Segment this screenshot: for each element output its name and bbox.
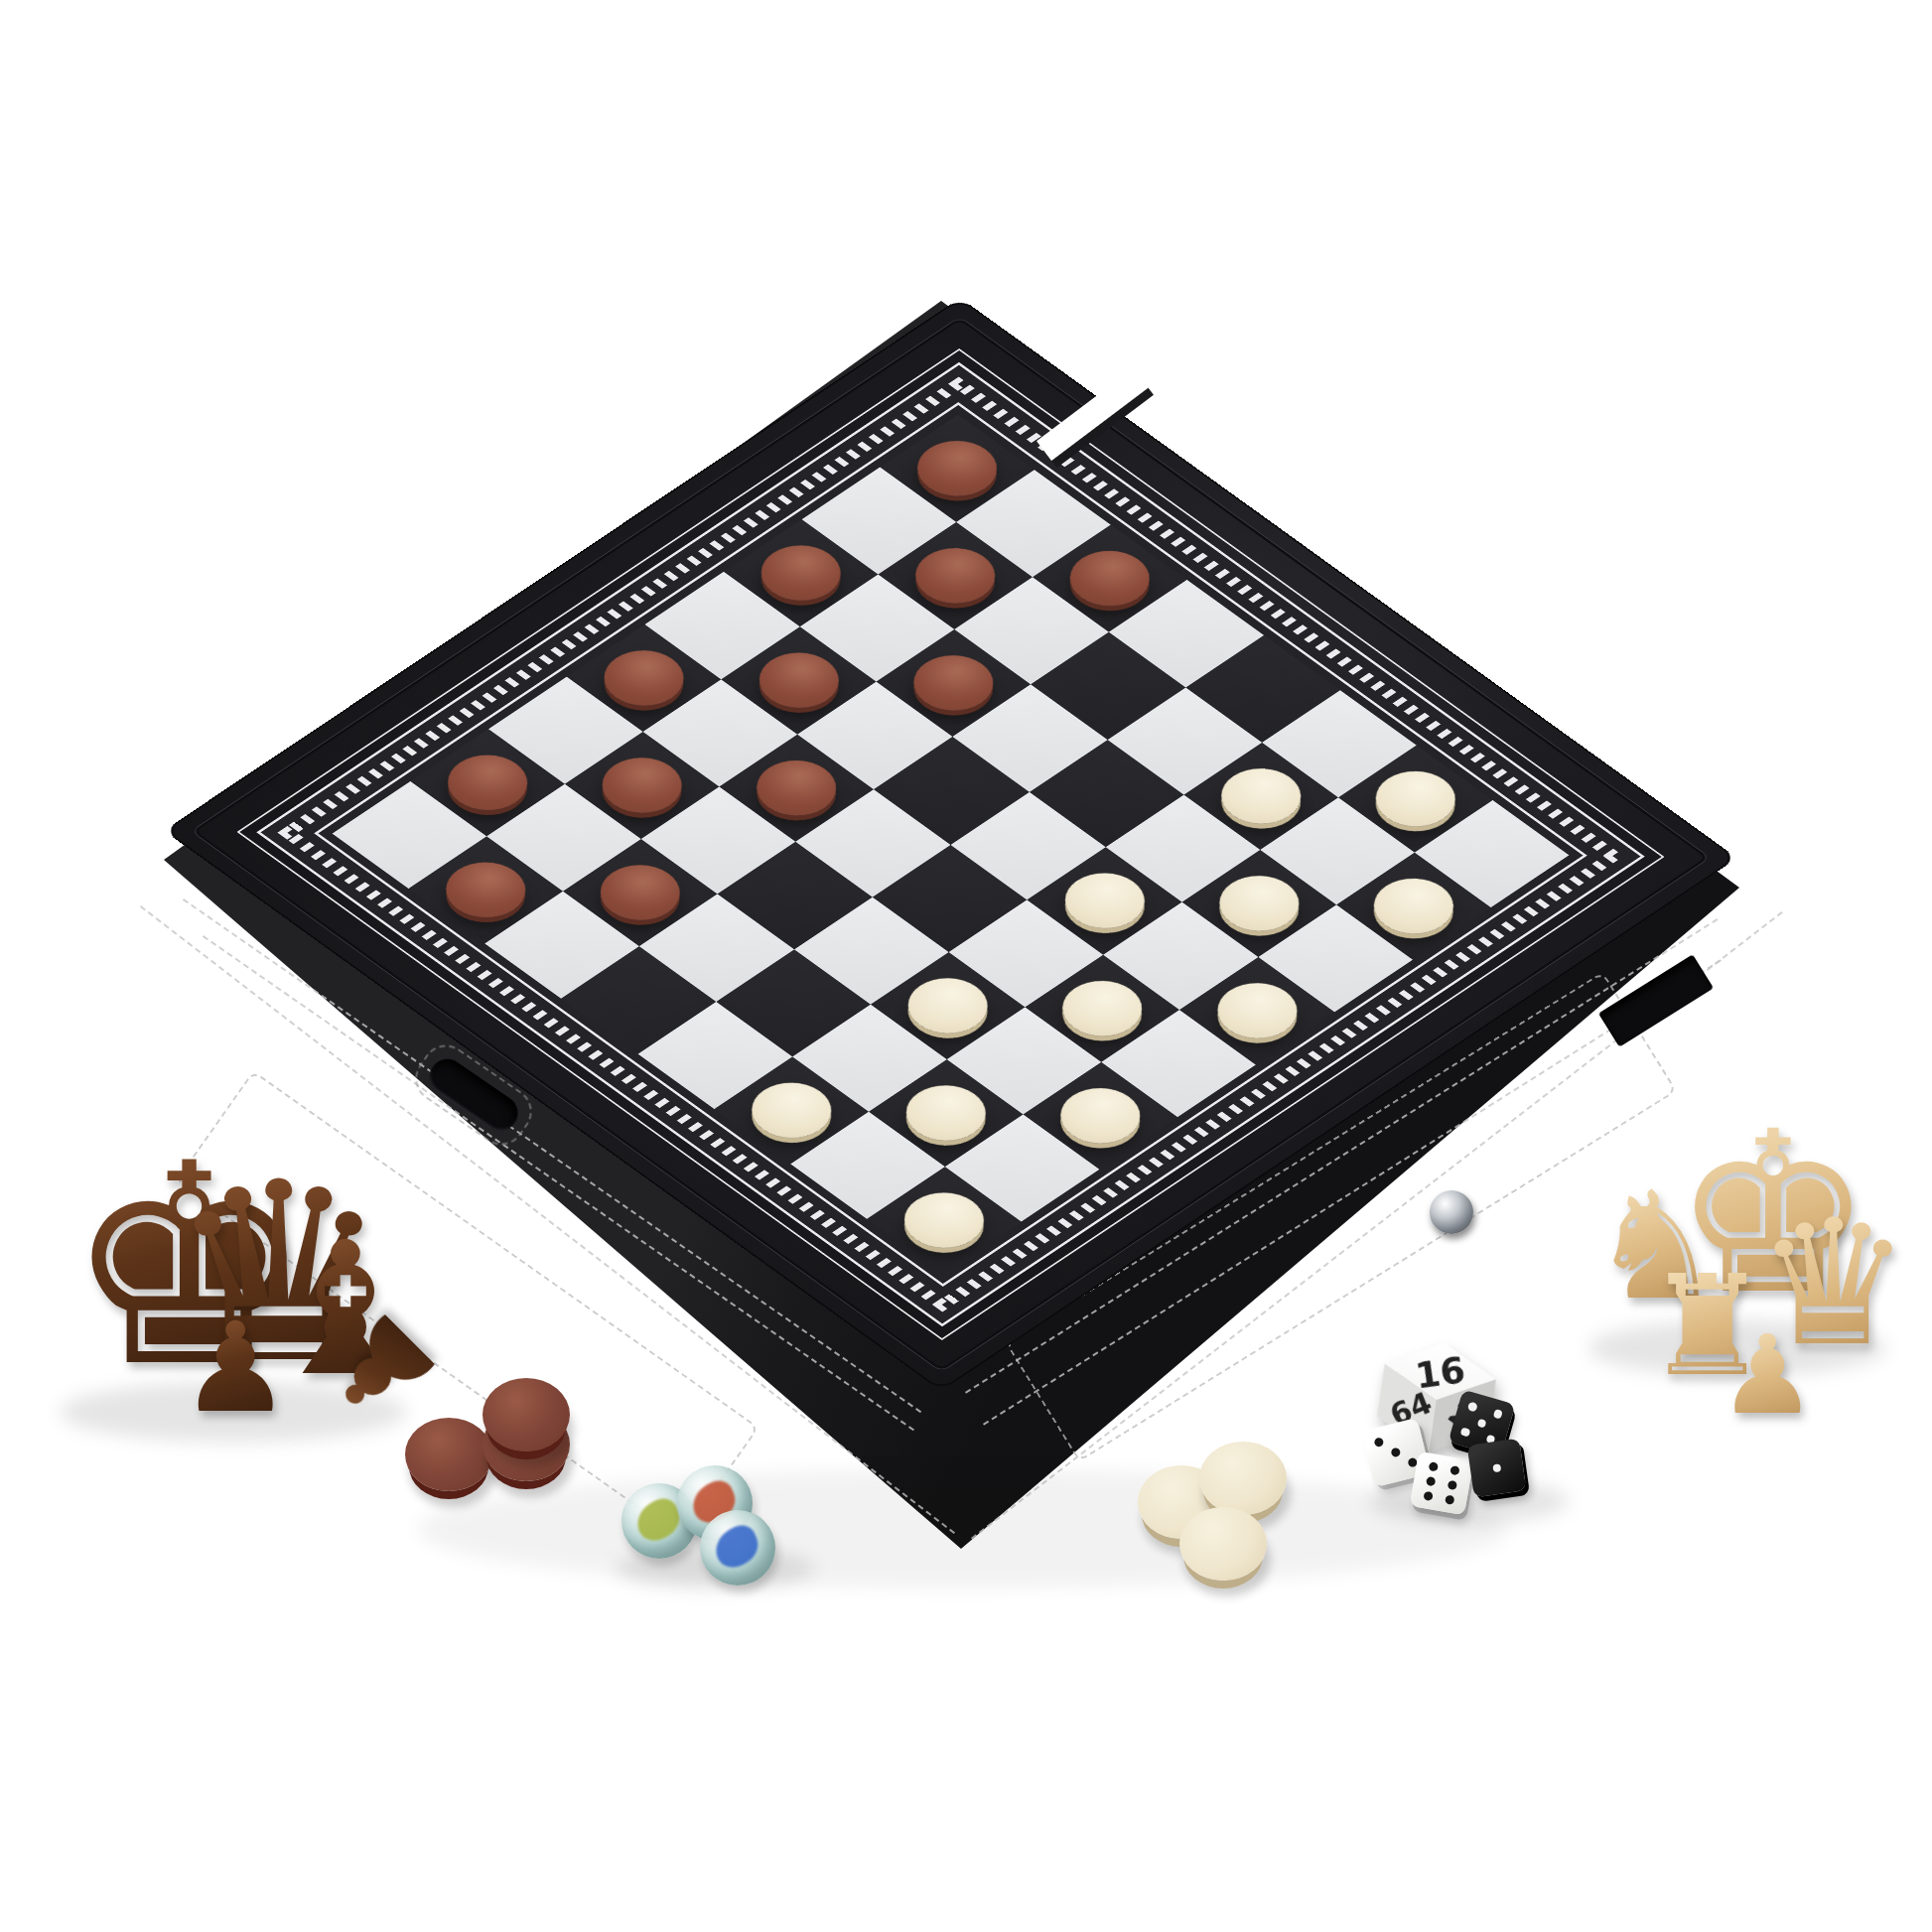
black-die-2[interactable] [1467, 1439, 1527, 1498]
die-pip [1390, 1447, 1401, 1457]
product-photo-stage: ♚ ♛ ♝ ♟ ♟ ♞ ♚ ♜ ♛ ♟ 16 64 2 [0, 0, 1932, 1932]
dark-pawn-chess-piece[interactable]: ♟ [180, 1306, 291, 1430]
die-pip [1428, 1462, 1438, 1472]
die-pip [1426, 1476, 1436, 1486]
die-pip [1492, 1409, 1503, 1420]
die-pip [1460, 1427, 1471, 1438]
brown-disc-offboard[interactable] [483, 1378, 570, 1451]
dice-shadow [1370, 1479, 1569, 1523]
marble[interactable] [700, 1510, 775, 1586]
brown-disc-offboard[interactable] [405, 1418, 492, 1491]
cream-disc-offboard[interactable] [1179, 1507, 1267, 1581]
die-pip [1423, 1490, 1433, 1500]
die-pip [1448, 1480, 1457, 1490]
die-pip [1492, 1463, 1502, 1473]
box-ground-shadow [417, 1469, 1509, 1588]
die-pip [1467, 1402, 1478, 1413]
white-die-2[interactable] [1410, 1451, 1474, 1516]
die-pip [1374, 1437, 1385, 1448]
die-pip [1476, 1418, 1487, 1429]
light-pawn-chess-piece[interactable]: ♟ [1719, 1320, 1817, 1430]
cream-disc-offboard[interactable] [1199, 1442, 1287, 1515]
die-pip [1445, 1494, 1454, 1504]
marble-swirl [709, 1521, 764, 1574]
die-pip [1449, 1465, 1459, 1475]
drawer-knob[interactable] [1430, 1190, 1473, 1234]
doubling-cube-value-top: 16 [1413, 1348, 1467, 1396]
